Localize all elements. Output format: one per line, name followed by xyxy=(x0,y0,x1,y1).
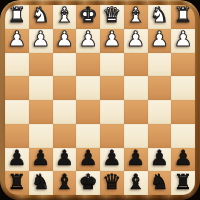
white-pawn[interactable]: ♟ xyxy=(55,29,74,50)
black-pawn[interactable]: ♟ xyxy=(102,148,121,169)
white-rook[interactable]: ♜ xyxy=(174,5,193,26)
black-bishop[interactable]: ♝ xyxy=(55,172,74,193)
square-a2[interactable]: ♟ xyxy=(171,29,195,53)
black-rook[interactable]: ♜ xyxy=(174,172,193,193)
black-pawn[interactable]: ♟ xyxy=(126,148,145,169)
white-pawn[interactable]: ♟ xyxy=(150,29,169,50)
square-d2[interactable]: ♟ xyxy=(100,29,124,53)
square-d3[interactable] xyxy=(100,53,124,77)
chess-app-window: ♜♞♝♚♛♝♞♜♟♟♟♟♟♟♟♟♟♟♟♟♟♟♟♟♜♞♝♚♛♝♞♜ xyxy=(0,0,200,200)
white-king[interactable]: ♚ xyxy=(79,5,98,26)
square-b3[interactable] xyxy=(148,53,172,77)
white-pawn[interactable]: ♟ xyxy=(102,29,121,50)
square-d7[interactable]: ♟ xyxy=(100,148,124,172)
square-c5[interactable] xyxy=(124,100,148,124)
square-c4[interactable] xyxy=(124,76,148,100)
square-f3[interactable] xyxy=(53,53,77,77)
square-e4[interactable] xyxy=(76,76,100,100)
square-b2[interactable]: ♟ xyxy=(148,29,172,53)
square-c8[interactable]: ♝ xyxy=(124,171,148,195)
square-a3[interactable] xyxy=(171,53,195,77)
square-h8[interactable]: ♜ xyxy=(5,171,29,195)
black-knight[interactable]: ♞ xyxy=(31,172,50,193)
square-d1[interactable]: ♛ xyxy=(100,5,124,29)
square-e8[interactable]: ♚ xyxy=(76,171,100,195)
square-g4[interactable] xyxy=(29,76,53,100)
square-d8[interactable]: ♛ xyxy=(100,171,124,195)
square-d6[interactable] xyxy=(100,124,124,148)
square-a5[interactable] xyxy=(171,100,195,124)
square-h4[interactable] xyxy=(5,76,29,100)
white-rook[interactable]: ♜ xyxy=(7,5,26,26)
square-h7[interactable]: ♟ xyxy=(5,148,29,172)
square-a4[interactable] xyxy=(171,76,195,100)
white-knight[interactable]: ♞ xyxy=(150,5,169,26)
square-b8[interactable]: ♞ xyxy=(148,171,172,195)
white-pawn[interactable]: ♟ xyxy=(126,29,145,50)
square-e3[interactable] xyxy=(76,53,100,77)
white-pawn[interactable]: ♟ xyxy=(31,29,50,50)
square-h3[interactable] xyxy=(5,53,29,77)
square-b5[interactable] xyxy=(148,100,172,124)
white-bishop[interactable]: ♝ xyxy=(126,5,145,26)
white-pawn[interactable]: ♟ xyxy=(174,29,193,50)
black-pawn[interactable]: ♟ xyxy=(7,148,26,169)
square-h6[interactable] xyxy=(5,124,29,148)
square-c3[interactable] xyxy=(124,53,148,77)
square-f7[interactable]: ♟ xyxy=(53,148,77,172)
square-e2[interactable]: ♟ xyxy=(76,29,100,53)
square-c6[interactable] xyxy=(124,124,148,148)
white-queen[interactable]: ♛ xyxy=(102,5,121,26)
square-g7[interactable]: ♟ xyxy=(29,148,53,172)
square-a8[interactable]: ♜ xyxy=(171,171,195,195)
square-g8[interactable]: ♞ xyxy=(29,171,53,195)
black-pawn[interactable]: ♟ xyxy=(31,148,50,169)
square-b4[interactable] xyxy=(148,76,172,100)
square-h2[interactable]: ♟ xyxy=(5,29,29,53)
square-b1[interactable]: ♞ xyxy=(148,5,172,29)
square-a7[interactable]: ♟ xyxy=(171,148,195,172)
square-g3[interactable] xyxy=(29,53,53,77)
square-f2[interactable]: ♟ xyxy=(53,29,77,53)
square-a6[interactable] xyxy=(171,124,195,148)
square-g2[interactable]: ♟ xyxy=(29,29,53,53)
black-king[interactable]: ♚ xyxy=(79,172,98,193)
white-bishop[interactable]: ♝ xyxy=(55,5,74,26)
square-h5[interactable] xyxy=(5,100,29,124)
black-pawn[interactable]: ♟ xyxy=(150,148,169,169)
white-pawn[interactable]: ♟ xyxy=(79,29,98,50)
white-knight[interactable]: ♞ xyxy=(31,5,50,26)
square-e1[interactable]: ♚ xyxy=(76,5,100,29)
square-a1[interactable]: ♜ xyxy=(171,5,195,29)
square-g6[interactable] xyxy=(29,124,53,148)
square-d4[interactable] xyxy=(100,76,124,100)
square-g1[interactable]: ♞ xyxy=(29,5,53,29)
square-c1[interactable]: ♝ xyxy=(124,5,148,29)
square-f8[interactable]: ♝ xyxy=(53,171,77,195)
square-e6[interactable] xyxy=(76,124,100,148)
square-c2[interactable]: ♟ xyxy=(124,29,148,53)
black-pawn[interactable]: ♟ xyxy=(174,148,193,169)
black-bishop[interactable]: ♝ xyxy=(126,172,145,193)
square-h1[interactable]: ♜ xyxy=(5,5,29,29)
square-f1[interactable]: ♝ xyxy=(53,5,77,29)
black-knight[interactable]: ♞ xyxy=(150,172,169,193)
square-e5[interactable] xyxy=(76,100,100,124)
black-pawn[interactable]: ♟ xyxy=(79,148,98,169)
board-frame: ♜♞♝♚♛♝♞♜♟♟♟♟♟♟♟♟♟♟♟♟♟♟♟♟♜♞♝♚♛♝♞♜ xyxy=(0,0,200,200)
square-f6[interactable] xyxy=(53,124,77,148)
white-pawn[interactable]: ♟ xyxy=(7,29,26,50)
black-queen[interactable]: ♛ xyxy=(102,172,121,193)
square-f5[interactable] xyxy=(53,100,77,124)
chess-board: ♜♞♝♚♛♝♞♜♟♟♟♟♟♟♟♟♟♟♟♟♟♟♟♟♜♞♝♚♛♝♞♜ xyxy=(5,5,195,195)
square-b7[interactable]: ♟ xyxy=(148,148,172,172)
square-e7[interactable]: ♟ xyxy=(76,148,100,172)
square-b6[interactable] xyxy=(148,124,172,148)
square-d5[interactable] xyxy=(100,100,124,124)
black-pawn[interactable]: ♟ xyxy=(55,148,74,169)
square-g5[interactable] xyxy=(29,100,53,124)
square-c7[interactable]: ♟ xyxy=(124,148,148,172)
black-rook[interactable]: ♜ xyxy=(7,172,26,193)
square-f4[interactable] xyxy=(53,76,77,100)
